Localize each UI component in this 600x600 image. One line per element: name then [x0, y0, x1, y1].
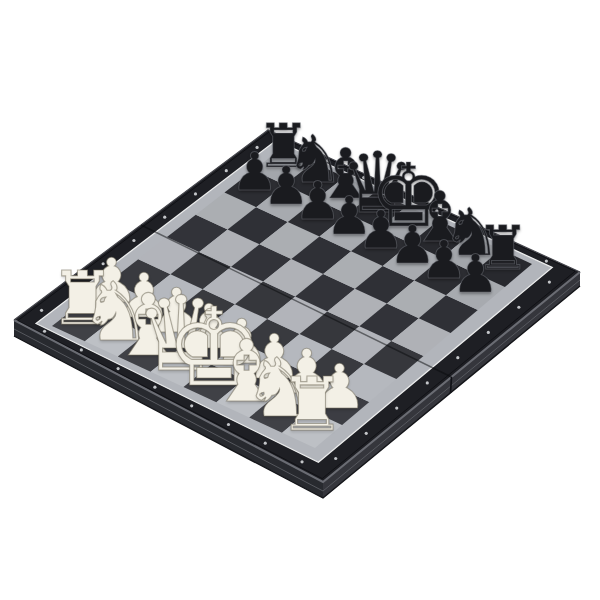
piece-black-pawn-h7[interactable]: ♟: [452, 248, 499, 301]
piece-white-rook-h1[interactable]: ♜: [279, 368, 346, 442]
chess-set-photo: ♜♞♝♛♚♝♞♜♟♟♟♟♟♟♟♟♟♟♟♟♟♟♟♟♜♞♝♛♚♝♞♜: [0, 0, 600, 600]
pieces-layer: ♜♞♝♛♚♝♞♜♟♟♟♟♟♟♟♟♟♟♟♟♟♟♟♟♜♞♝♛♚♝♞♜: [0, 0, 600, 600]
